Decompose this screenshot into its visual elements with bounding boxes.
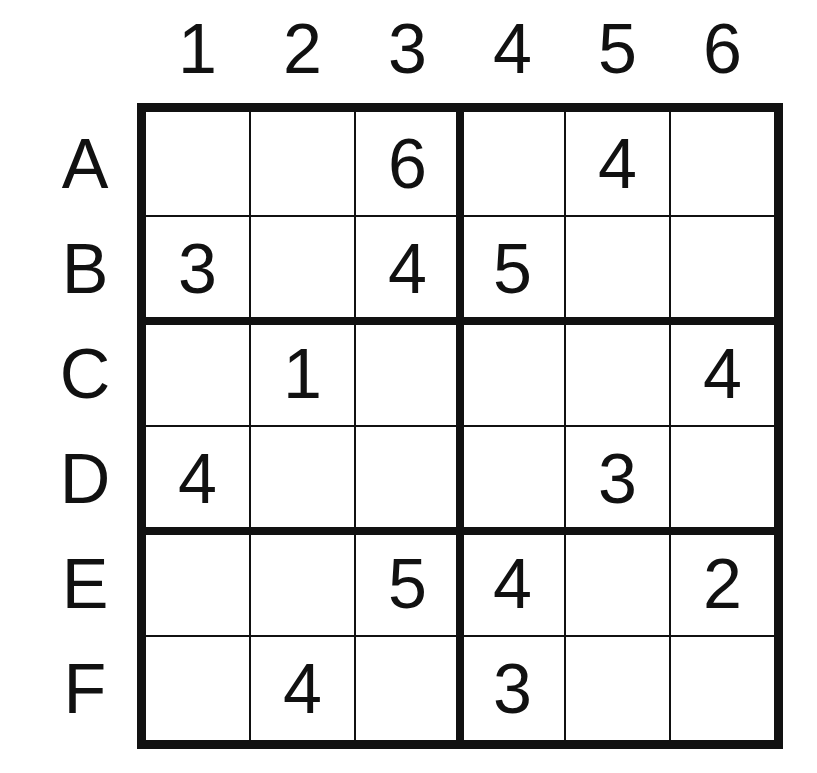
row-label-F: F [64, 654, 107, 724]
cell-C3[interactable] [356, 322, 459, 425]
cell-F3[interactable] [356, 637, 459, 740]
cell-D5[interactable]: 3 [566, 427, 669, 530]
column-label-1: 1 [178, 14, 217, 84]
cell-C1[interactable] [146, 322, 249, 425]
cell-F1[interactable] [146, 637, 249, 740]
column-label-6: 6 [703, 14, 742, 84]
cell-A2[interactable] [251, 112, 354, 215]
row-label-A: A [62, 129, 109, 199]
column-label-4: 4 [493, 14, 532, 84]
column-label-2: 2 [283, 14, 322, 84]
cell-F2[interactable]: 4 [251, 637, 354, 740]
cell-D1[interactable]: 4 [146, 427, 249, 530]
cell-C4[interactable] [461, 322, 564, 425]
cell-A5[interactable]: 4 [566, 112, 669, 215]
row-label-E: E [62, 549, 109, 619]
sudoku-page: 123456 ABCDEF 64345144354243 [0, 0, 817, 773]
row-label-C: C [60, 339, 111, 409]
cell-A1[interactable] [146, 112, 249, 215]
cell-D2[interactable] [251, 427, 354, 530]
cell-C6[interactable]: 4 [671, 322, 774, 425]
row-label-B: B [62, 234, 109, 304]
cell-B5[interactable] [566, 217, 669, 320]
cell-B4[interactable]: 5 [461, 217, 564, 320]
cell-B6[interactable] [671, 217, 774, 320]
cell-E3[interactable]: 5 [356, 532, 459, 635]
column-label-5: 5 [598, 14, 637, 84]
row-label-D: D [60, 444, 111, 514]
cell-E5[interactable] [566, 532, 669, 635]
cell-E6[interactable]: 2 [671, 532, 774, 635]
cell-F5[interactable] [566, 637, 669, 740]
cell-E1[interactable] [146, 532, 249, 635]
cell-A6[interactable] [671, 112, 774, 215]
cell-D6[interactable] [671, 427, 774, 530]
cell-A4[interactable] [461, 112, 564, 215]
cell-B2[interactable] [251, 217, 354, 320]
cell-E4[interactable]: 4 [461, 532, 564, 635]
cell-A3[interactable]: 6 [356, 112, 459, 215]
cell-D3[interactable] [356, 427, 459, 530]
cell-B1[interactable]: 3 [146, 217, 249, 320]
cell-C2[interactable]: 1 [251, 322, 354, 425]
cell-F4[interactable]: 3 [461, 637, 564, 740]
cell-E2[interactable] [251, 532, 354, 635]
sudoku-board: 64345144354243 [137, 103, 783, 749]
cell-D4[interactable] [461, 427, 564, 530]
column-label-3: 3 [388, 14, 427, 84]
cell-B3[interactable]: 4 [356, 217, 459, 320]
cell-C5[interactable] [566, 322, 669, 425]
cell-F6[interactable] [671, 637, 774, 740]
